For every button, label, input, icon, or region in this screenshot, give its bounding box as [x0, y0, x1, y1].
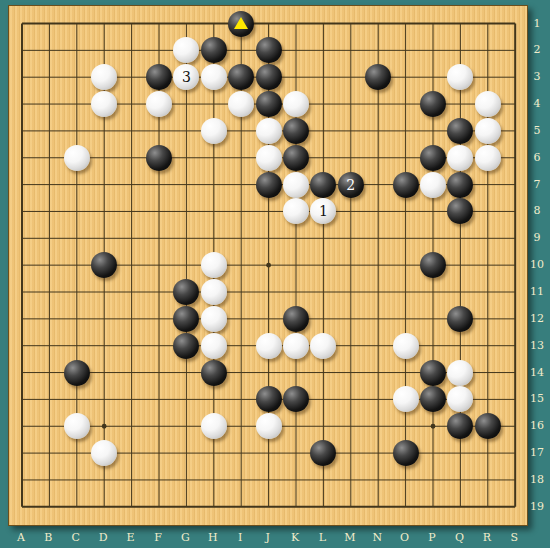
- stone-white-O13: [393, 333, 419, 359]
- stone-white-Q14: [447, 360, 473, 386]
- stone-black-I1: [228, 11, 254, 37]
- stone-black-J7: [256, 172, 282, 198]
- coordinate-label-G: G: [181, 532, 190, 543]
- coordinate-label-19: 19: [530, 500, 544, 511]
- stone-black-Q7: [447, 172, 473, 198]
- stone-white-R6: [475, 145, 501, 171]
- coordinate-label-S: S: [510, 532, 518, 543]
- coordinate-label-7: 7: [534, 178, 541, 189]
- coordinate-label-K: K: [291, 532, 299, 543]
- star-point: [102, 424, 107, 429]
- stone-black-O17: [393, 440, 419, 466]
- stone-white-K4: [283, 91, 309, 117]
- stone-white-C6: [64, 145, 90, 171]
- stone-black-J3: [256, 64, 282, 90]
- move-number: 3: [182, 70, 191, 84]
- coordinate-label-18: 18: [530, 473, 544, 484]
- coordinate-label-10: 10: [530, 259, 544, 270]
- coordinate-label-13: 13: [530, 339, 544, 350]
- stone-white-H11: [201, 279, 227, 305]
- stone-white-J13: [256, 333, 282, 359]
- coordinate-label-5: 5: [534, 124, 541, 135]
- stone-black-J4: [256, 91, 282, 117]
- coordinate-label-9: 9: [534, 232, 541, 243]
- stone-black-O7: [393, 172, 419, 198]
- coordinate-label-6: 6: [534, 151, 541, 162]
- stone-white-O15: [393, 386, 419, 412]
- stone-white-J5: [256, 118, 282, 144]
- coordinate-label-O: O: [400, 532, 409, 543]
- stone-white-R4: [475, 91, 501, 117]
- stone-white-H10: [201, 252, 227, 278]
- coordinate-label-I: I: [238, 532, 242, 543]
- coordinate-label-A: A: [17, 532, 25, 543]
- stone-black-P6: [420, 145, 446, 171]
- coordinate-label-3: 3: [534, 71, 541, 82]
- stone-white-K7: [283, 172, 309, 198]
- go-app-window: 321 ABCDEFGHIJKLMNOPQRS 1234567891011121…: [0, 0, 550, 548]
- coordinate-label-N: N: [372, 532, 382, 543]
- coordinate-label-M: M: [344, 532, 355, 543]
- stone-black-G13: [173, 333, 199, 359]
- coordinate-label-4: 4: [534, 98, 541, 109]
- stone-black-P14: [420, 360, 446, 386]
- stone-black-H14: [201, 360, 227, 386]
- coordinate-label-R: R: [483, 532, 491, 543]
- stone-white-L13: [310, 333, 336, 359]
- stone-white-K13: [283, 333, 309, 359]
- stone-black-J2: [256, 37, 282, 63]
- coordinate-label-1: 1: [534, 17, 541, 28]
- coordinate-label-C: C: [72, 532, 80, 543]
- stone-black-F3: [146, 64, 172, 90]
- stone-black-R16: [475, 413, 501, 439]
- coordinate-label-H: H: [208, 532, 218, 543]
- stone-white-J16: [256, 413, 282, 439]
- stone-black-K6: [283, 145, 309, 171]
- coordinate-label-8: 8: [534, 205, 541, 216]
- coordinate-label-P: P: [428, 532, 435, 543]
- stone-white-H5: [201, 118, 227, 144]
- stone-black-P10: [420, 252, 446, 278]
- coordinate-label-Q: Q: [455, 532, 464, 543]
- coordinate-label-F: F: [154, 532, 162, 543]
- stone-black-K12: [283, 306, 309, 332]
- stone-white-H12: [201, 306, 227, 332]
- triangle-marker: [234, 17, 248, 29]
- coordinate-label-2: 2: [534, 44, 541, 55]
- stone-black-H2: [201, 37, 227, 63]
- go-board[interactable]: 321: [8, 5, 528, 526]
- move-number: 1: [319, 204, 328, 218]
- stone-black-K5: [283, 118, 309, 144]
- stone-white-R5: [475, 118, 501, 144]
- coordinate-label-E: E: [127, 532, 135, 543]
- star-point: [266, 263, 271, 268]
- stone-white-F4: [146, 91, 172, 117]
- coordinate-label-L: L: [319, 532, 326, 543]
- coordinate-label-B: B: [44, 532, 52, 543]
- coordinate-label-12: 12: [530, 312, 544, 323]
- stone-white-H16: [201, 413, 227, 439]
- stone-black-F6: [146, 145, 172, 171]
- stone-black-L7: [310, 172, 336, 198]
- move-number: 2: [346, 178, 355, 192]
- stone-white-P7: [420, 172, 446, 198]
- coordinate-label-15: 15: [530, 393, 544, 404]
- coordinate-label-16: 16: [530, 420, 544, 431]
- stone-white-H3: [201, 64, 227, 90]
- coordinate-label-J: J: [265, 532, 269, 543]
- coordinate-label-17: 17: [530, 447, 544, 458]
- stone-white-H13: [201, 333, 227, 359]
- stone-white-J6: [256, 145, 282, 171]
- stone-white-Q6: [447, 145, 473, 171]
- star-point: [431, 424, 436, 429]
- stone-black-M7: 2: [338, 172, 364, 198]
- stone-white-C16: [64, 413, 90, 439]
- coordinate-label-D: D: [99, 532, 108, 543]
- coordinate-label-14: 14: [530, 366, 544, 377]
- stone-black-P4: [420, 91, 446, 117]
- stone-black-C14: [64, 360, 90, 386]
- stone-black-J15: [256, 386, 282, 412]
- coordinate-label-11: 11: [530, 286, 544, 297]
